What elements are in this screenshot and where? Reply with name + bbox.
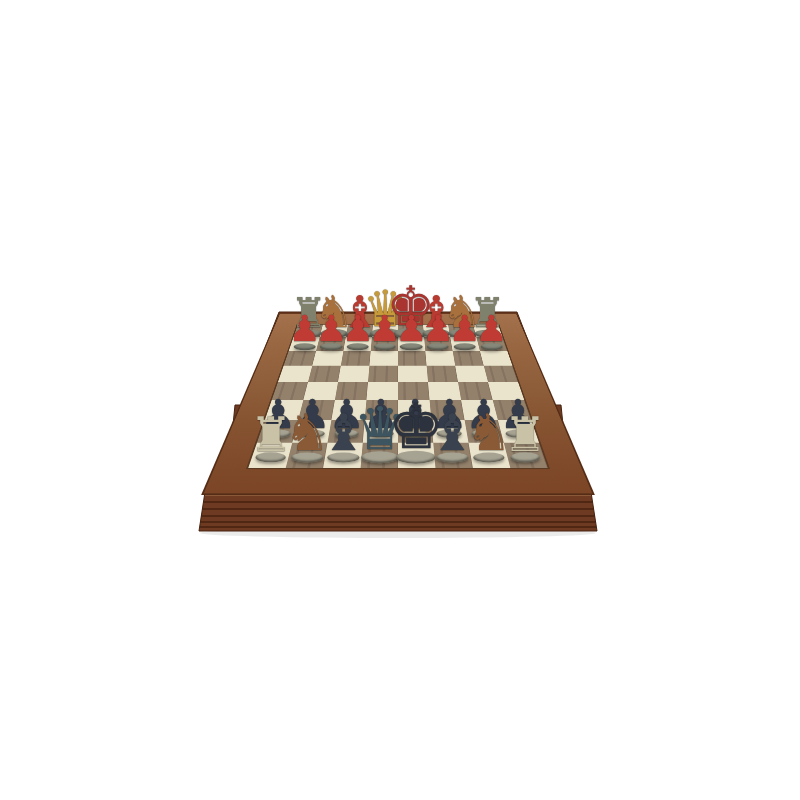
square-a7 (476, 337, 507, 351)
square-e8 (372, 325, 398, 337)
square-b4 (458, 382, 493, 400)
square-e5 (368, 366, 398, 382)
square-a1 (504, 443, 548, 468)
square-d7 (398, 337, 425, 351)
square-d2 (398, 420, 433, 442)
square-d1 (398, 443, 435, 468)
square-h6 (284, 351, 316, 366)
square-d3 (398, 400, 431, 420)
square-a6 (480, 351, 512, 366)
square-b6 (453, 351, 484, 366)
square-e3 (365, 400, 398, 420)
square-b3 (461, 400, 498, 420)
square-b8 (448, 325, 476, 337)
square-a2 (498, 420, 539, 442)
square-f1 (323, 443, 363, 468)
square-f3 (331, 400, 366, 420)
square-h5 (278, 366, 312, 382)
square-c8 (423, 325, 450, 337)
square-b5 (455, 366, 488, 382)
square-c7 (424, 337, 452, 351)
square-e6 (369, 351, 398, 366)
square-e7 (371, 337, 398, 351)
square-c4 (428, 382, 461, 400)
square-d8 (398, 325, 424, 337)
square-a3 (493, 400, 532, 420)
square-d6 (398, 351, 427, 366)
square-f5 (338, 366, 369, 382)
square-g5 (308, 366, 341, 382)
square-b7 (450, 337, 480, 351)
square-e4 (366, 382, 398, 400)
square-h8 (294, 325, 323, 337)
square-g2 (292, 420, 331, 442)
square-f8 (346, 325, 373, 337)
square-a4 (488, 382, 524, 400)
square-e1 (361, 443, 398, 468)
square-c2 (431, 420, 468, 442)
square-e2 (363, 420, 398, 442)
chess-board-grid (248, 325, 547, 468)
square-g4 (303, 382, 338, 400)
square-d4 (398, 382, 430, 400)
square-c1 (433, 443, 473, 468)
square-a8 (473, 325, 502, 337)
square-f6 (341, 351, 371, 366)
square-g7 (316, 337, 346, 351)
square-g1 (286, 443, 328, 468)
square-d5 (398, 366, 428, 382)
product-photo-chess-set: ♜♞♝♛♚♝♞♜♟♟♟♟♟♟♟♟♟♟♟♟♟♟♟♟♜♞♝♛♚♝♞♜ (0, 0, 800, 800)
square-f4 (335, 382, 368, 400)
square-h7 (289, 337, 320, 351)
square-f2 (327, 420, 364, 442)
square-c6 (425, 351, 455, 366)
square-f7 (343, 337, 371, 351)
square-g6 (312, 351, 343, 366)
square-h4 (272, 382, 308, 400)
square-a5 (484, 366, 518, 382)
square-g3 (298, 400, 335, 420)
square-h3 (265, 400, 304, 420)
square-g8 (320, 325, 348, 337)
square-c5 (427, 366, 458, 382)
square-c3 (430, 400, 465, 420)
